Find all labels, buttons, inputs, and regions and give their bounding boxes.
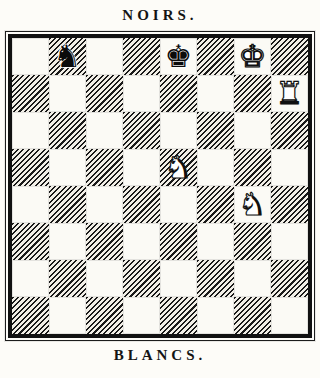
square-a8[interactable] — [12, 38, 49, 75]
square-h1[interactable] — [271, 297, 308, 334]
square-a7[interactable] — [12, 75, 49, 112]
square-g7[interactable] — [234, 75, 271, 112]
square-c5[interactable] — [86, 149, 123, 186]
square-g5[interactable] — [234, 149, 271, 186]
square-b1[interactable] — [49, 297, 86, 334]
square-d4[interactable] — [123, 186, 160, 223]
square-f3[interactable] — [197, 223, 234, 260]
square-f5[interactable] — [197, 149, 234, 186]
square-d2[interactable] — [123, 260, 160, 297]
square-b7[interactable] — [49, 75, 86, 112]
square-f6[interactable] — [197, 112, 234, 149]
square-h6[interactable] — [271, 112, 308, 149]
square-b2[interactable] — [49, 260, 86, 297]
square-e8[interactable]: ♚ — [160, 38, 197, 75]
square-c4[interactable] — [86, 186, 123, 223]
square-g2[interactable] — [234, 260, 271, 297]
square-f4[interactable] — [197, 186, 234, 223]
square-d7[interactable] — [123, 75, 160, 112]
square-g3[interactable] — [234, 223, 271, 260]
square-f8[interactable] — [197, 38, 234, 75]
square-e5[interactable]: ♞ — [160, 149, 197, 186]
square-a4[interactable] — [12, 186, 49, 223]
square-g4[interactable]: ♞ — [234, 186, 271, 223]
square-g1[interactable] — [234, 297, 271, 334]
square-h8[interactable] — [271, 38, 308, 75]
white-king-g8[interactable]: ♚ — [239, 38, 267, 75]
square-c6[interactable] — [86, 112, 123, 149]
square-e7[interactable] — [160, 75, 197, 112]
square-e1[interactable] — [160, 297, 197, 334]
square-c3[interactable] — [86, 223, 123, 260]
square-d5[interactable] — [123, 149, 160, 186]
white-knight-e5[interactable]: ♞ — [165, 149, 193, 186]
square-a2[interactable] — [12, 260, 49, 297]
square-g8[interactable]: ♚ — [234, 38, 271, 75]
square-a6[interactable] — [12, 112, 49, 149]
black-knight-b8[interactable]: ♞ — [54, 38, 82, 75]
square-h5[interactable] — [271, 149, 308, 186]
square-b5[interactable] — [49, 149, 86, 186]
square-h2[interactable] — [271, 260, 308, 297]
square-d3[interactable] — [123, 223, 160, 260]
black-king-e8[interactable]: ♚ — [165, 38, 193, 75]
chess-board: ♞♚♚♜♞♞ — [8, 34, 312, 338]
label-noirs: NOIRS. — [122, 7, 197, 24]
square-e6[interactable] — [160, 112, 197, 149]
label-blancs: BLANCS. — [114, 347, 207, 364]
square-e4[interactable] — [160, 186, 197, 223]
white-knight-g4[interactable]: ♞ — [239, 186, 267, 223]
square-f7[interactable] — [197, 75, 234, 112]
square-a1[interactable] — [12, 297, 49, 334]
square-b6[interactable] — [49, 112, 86, 149]
square-h3[interactable] — [271, 223, 308, 260]
square-f2[interactable] — [197, 260, 234, 297]
square-g6[interactable] — [234, 112, 271, 149]
square-d6[interactable] — [123, 112, 160, 149]
square-e2[interactable] — [160, 260, 197, 297]
square-c7[interactable] — [86, 75, 123, 112]
square-b4[interactable] — [49, 186, 86, 223]
square-c2[interactable] — [86, 260, 123, 297]
white-rook-h7[interactable]: ♜ — [276, 75, 304, 112]
square-a5[interactable] — [12, 149, 49, 186]
square-b3[interactable] — [49, 223, 86, 260]
square-f1[interactable] — [197, 297, 234, 334]
square-a3[interactable] — [12, 223, 49, 260]
square-h4[interactable] — [271, 186, 308, 223]
page: NOIRS. ♞♚♚♜♞♞ BLANCS. — [0, 0, 320, 378]
square-c1[interactable] — [86, 297, 123, 334]
square-b8[interactable]: ♞ — [49, 38, 86, 75]
square-c8[interactable] — [86, 38, 123, 75]
board-frame: ♞♚♚♜♞♞ — [5, 31, 315, 341]
square-d8[interactable] — [123, 38, 160, 75]
square-e3[interactable] — [160, 223, 197, 260]
square-d1[interactable] — [123, 297, 160, 334]
square-h7[interactable]: ♜ — [271, 75, 308, 112]
